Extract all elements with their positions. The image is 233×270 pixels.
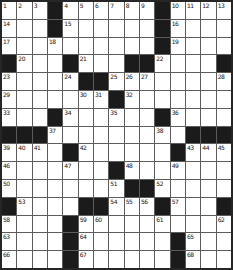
clue-number: 45 [218,144,225,151]
black-cell [94,198,108,215]
white-cell[interactable]: 41 [33,144,47,161]
clue-number: 2 [18,2,21,9]
white-cell[interactable] [125,216,139,233]
white-cell[interactable] [94,55,108,72]
white-cell[interactable] [79,162,93,179]
white-cell[interactable]: 44 [201,144,215,161]
clue-number: 67 [80,251,87,258]
clue-number: 19 [172,38,179,45]
white-cell[interactable]: 29 [2,91,16,108]
white-cell[interactable]: 3 [33,2,47,19]
white-cell[interactable] [217,251,231,268]
white-cell[interactable] [94,38,108,55]
white-cell[interactable] [79,127,93,144]
white-cell[interactable]: 64 [79,233,93,250]
white-cell[interactable]: 37 [48,127,62,144]
white-cell[interactable] [186,91,200,108]
clue-number: 13 [218,2,225,9]
white-cell[interactable] [186,20,200,37]
white-cell[interactable] [217,20,231,37]
clue-number: 43 [187,144,194,151]
clue-number: 3 [34,2,37,9]
white-cell[interactable]: 18 [48,38,62,55]
clue-number: 6 [95,2,98,9]
white-cell[interactable] [17,180,31,197]
white-cell[interactable] [33,109,47,126]
white-cell[interactable] [201,162,215,179]
clue-number: 18 [49,38,56,45]
white-cell[interactable] [48,91,62,108]
clue-number: 59 [80,216,87,223]
white-cell[interactable] [109,38,123,55]
clue-number: 60 [95,216,102,223]
white-cell[interactable]: 32 [125,91,139,108]
clue-number: 37 [49,127,56,134]
clue-number: 22 [156,55,163,62]
white-cell[interactable]: 50 [2,180,16,197]
clue-number: 65 [187,233,194,240]
white-cell[interactable]: 42 [79,144,93,161]
clue-number: 55 [126,198,133,205]
white-cell[interactable] [33,233,47,250]
white-cell[interactable]: 27 [140,73,154,90]
white-cell[interactable] [186,162,200,179]
white-cell[interactable]: 25 [109,73,123,90]
white-cell[interactable] [201,216,215,233]
white-cell[interactable] [33,38,47,55]
white-cell[interactable] [155,144,169,161]
clue-number: 15 [64,20,71,27]
black-cell [48,2,62,19]
white-cell[interactable] [109,216,123,233]
clue-number: 47 [64,162,71,169]
white-cell[interactable]: 59 [79,216,93,233]
black-cell [109,91,123,108]
white-cell[interactable] [217,38,231,55]
white-cell[interactable] [155,91,169,108]
white-cell[interactable] [140,216,154,233]
black-cell [217,127,231,144]
clue-number: 30 [80,91,87,98]
black-cell [125,180,139,197]
clue-number: 56 [141,198,148,205]
white-cell[interactable]: 47 [63,162,77,179]
white-cell[interactable] [48,233,62,250]
black-cell [155,20,169,37]
white-cell[interactable]: 43 [186,144,200,161]
white-cell[interactable] [17,162,31,179]
clue-number: 53 [18,198,25,205]
black-cell [2,55,16,72]
clue-number: 8 [126,2,129,9]
white-cell[interactable] [48,73,62,90]
white-cell[interactable] [140,162,154,179]
white-cell[interactable]: 26 [125,73,139,90]
white-cell[interactable] [201,251,215,268]
white-cell[interactable]: 24 [63,73,77,90]
black-cell [79,73,93,90]
white-cell[interactable] [48,180,62,197]
white-cell[interactable] [201,198,215,215]
white-cell[interactable] [171,73,185,90]
clue-number: 12 [202,2,209,9]
clue-number: 64 [80,233,87,240]
white-cell[interactable]: 55 [125,198,139,215]
white-cell[interactable]: 21 [79,55,93,72]
white-cell[interactable] [186,73,200,90]
white-cell[interactable] [109,127,123,144]
white-cell[interactable]: 30 [79,91,93,108]
clue-number: 41 [34,144,41,151]
white-cell[interactable] [17,109,31,126]
white-cell[interactable] [217,162,231,179]
white-cell[interactable] [155,162,169,179]
white-cell[interactable]: 49 [171,162,185,179]
white-cell[interactable]: 14 [2,20,16,37]
black-cell [201,127,215,144]
black-cell [171,144,185,161]
black-cell [125,55,139,72]
white-cell[interactable]: 5 [79,2,93,19]
white-cell[interactable]: 12 [201,2,215,19]
white-cell[interactable]: 56 [140,198,154,215]
white-cell[interactable] [186,109,200,126]
white-cell[interactable] [186,198,200,215]
black-cell [109,162,123,179]
black-cell [140,180,154,197]
black-cell [48,109,62,126]
white-cell[interactable] [79,109,93,126]
white-cell[interactable] [155,233,169,250]
white-cell[interactable] [201,38,215,55]
white-cell[interactable] [63,38,77,55]
white-cell[interactable]: 8 [125,2,139,19]
white-cell[interactable] [79,180,93,197]
white-cell[interactable]: 11 [186,2,200,19]
clue-number: 5 [80,2,83,9]
white-cell[interactable] [48,162,62,179]
clue-number: 20 [18,55,25,62]
clue-number: 36 [172,109,179,116]
clue-number: 1 [3,2,6,9]
clue-number: 38 [156,127,163,134]
white-cell[interactable] [17,251,31,268]
white-cell[interactable] [201,109,215,126]
clue-number: 31 [95,91,102,98]
white-cell[interactable]: 68 [186,251,200,268]
white-cell[interactable]: 35 [109,109,123,126]
white-cell[interactable] [201,180,215,197]
white-cell[interactable] [186,216,200,233]
white-cell[interactable]: 51 [109,180,123,197]
white-cell[interactable] [217,233,231,250]
white-cell[interactable] [201,73,215,90]
white-cell[interactable] [33,55,47,72]
clue-number: 10 [172,2,179,9]
white-cell[interactable] [186,55,200,72]
black-cell [2,198,16,215]
clue-number: 29 [3,91,10,98]
black-cell [63,216,77,233]
white-cell[interactable]: 4 [63,2,77,19]
white-cell[interactable] [125,127,139,144]
white-cell[interactable]: 6 [94,2,108,19]
white-cell[interactable]: 60 [94,216,108,233]
white-cell[interactable] [17,233,31,250]
white-cell[interactable] [140,127,154,144]
white-cell[interactable]: 67 [79,251,93,268]
black-cell [140,55,154,72]
white-cell[interactable] [63,198,77,215]
white-cell[interactable] [171,180,185,197]
black-cell [94,73,108,90]
white-cell[interactable] [94,180,108,197]
black-cell [186,127,200,144]
black-cell [155,109,169,126]
white-cell[interactable]: 33 [2,109,16,126]
white-cell[interactable] [17,73,31,90]
clue-number: 63 [3,233,10,240]
clue-number: 9 [141,2,144,9]
white-cell[interactable] [186,180,200,197]
white-cell[interactable]: 10 [171,2,185,19]
clue-number: 40 [18,144,25,151]
white-cell[interactable] [171,216,185,233]
clue-number: 44 [202,144,209,151]
clue-number: 14 [3,20,10,27]
white-cell[interactable] [48,251,62,268]
black-cell [2,127,16,144]
white-cell[interactable]: 2 [17,2,31,19]
white-cell[interactable] [140,233,154,250]
clue-number: 51 [110,180,117,187]
clue-number: 23 [3,73,10,80]
white-cell[interactable]: 23 [2,73,16,90]
white-cell[interactable] [109,233,123,250]
black-cell [17,127,31,144]
white-cell[interactable]: 7 [109,2,123,19]
white-cell[interactable] [48,144,62,161]
black-cell [63,233,77,250]
white-cell[interactable]: 34 [63,109,77,126]
white-cell[interactable]: 66 [2,251,16,268]
white-cell[interactable]: 65 [186,233,200,250]
white-cell[interactable] [94,127,108,144]
white-cell[interactable] [201,91,215,108]
white-cell[interactable]: 19 [171,38,185,55]
white-cell[interactable] [63,127,77,144]
clue-number: 26 [126,73,133,80]
white-cell[interactable] [125,20,139,37]
white-cell[interactable]: 1 [2,2,16,19]
white-cell[interactable] [48,198,62,215]
white-cell[interactable]: 16 [171,20,185,37]
white-cell[interactable] [63,91,77,108]
white-cell[interactable] [17,38,31,55]
clue-number: 68 [187,251,194,258]
white-cell[interactable] [140,144,154,161]
white-cell[interactable] [33,251,47,268]
white-cell[interactable] [201,55,215,72]
black-cell [155,198,169,215]
clue-number: 58 [3,216,10,223]
white-cell[interactable] [33,162,47,179]
white-cell[interactable] [94,144,108,161]
clue-number: 21 [80,55,87,62]
clue-number: 28 [218,73,225,80]
white-cell[interactable] [17,20,31,37]
white-cell[interactable]: 58 [2,216,16,233]
clue-number: 54 [110,198,117,205]
white-cell[interactable] [140,109,154,126]
black-cell [171,251,185,268]
clue-number: 11 [187,2,194,9]
white-cell[interactable] [171,55,185,72]
white-cell[interactable] [48,55,62,72]
white-cell[interactable]: 63 [2,233,16,250]
black-cell [155,2,169,19]
white-cell[interactable] [171,127,185,144]
white-cell[interactable]: 20 [17,55,31,72]
white-cell[interactable]: 61 [155,216,169,233]
clue-number: 34 [64,109,71,116]
white-cell[interactable] [186,38,200,55]
clue-number: 49 [172,162,179,169]
white-cell[interactable] [217,180,231,197]
black-cell [217,55,231,72]
white-cell[interactable] [33,73,47,90]
clue-number: 33 [3,109,10,116]
white-cell[interactable] [155,251,169,268]
white-cell[interactable]: 9 [140,2,154,19]
clue-number: 57 [172,198,179,205]
crossword-grid: 1234567891011121314151617181920212223242… [0,0,233,270]
black-cell [33,127,47,144]
clue-number: 62 [218,216,225,223]
white-cell[interactable]: 54 [109,198,123,215]
white-cell[interactable] [79,38,93,55]
clue-number: 42 [80,144,87,151]
black-cell [63,55,77,72]
white-cell[interactable]: 48 [125,162,139,179]
black-cell [79,198,93,215]
clue-number: 52 [156,180,163,187]
white-cell[interactable] [171,91,185,108]
white-cell[interactable] [140,38,154,55]
clue-number: 24 [64,73,71,80]
white-cell[interactable] [33,91,47,108]
white-cell[interactable] [201,20,215,37]
white-cell[interactable]: 38 [155,127,169,144]
clue-number: 50 [3,180,10,187]
white-cell[interactable] [140,251,154,268]
white-cell[interactable] [201,233,215,250]
white-cell[interactable] [125,233,139,250]
white-cell[interactable] [33,180,47,197]
white-cell[interactable] [125,109,139,126]
white-cell[interactable] [94,20,108,37]
white-cell[interactable] [125,38,139,55]
white-cell[interactable]: 28 [217,73,231,90]
white-cell[interactable] [109,251,123,268]
white-cell[interactable]: 53 [17,198,31,215]
white-cell[interactable] [217,91,231,108]
white-cell[interactable] [94,233,108,250]
white-cell[interactable]: 13 [217,2,231,19]
white-cell[interactable] [140,20,154,37]
white-cell[interactable] [48,216,62,233]
white-cell[interactable] [155,73,169,90]
white-cell[interactable] [94,162,108,179]
black-cell [63,144,77,161]
white-cell[interactable] [17,91,31,108]
clue-number: 46 [3,162,10,169]
white-cell[interactable] [109,55,123,72]
white-cell[interactable] [217,109,231,126]
white-cell[interactable] [33,20,47,37]
white-cell[interactable]: 39 [2,144,16,161]
white-cell[interactable] [33,198,47,215]
clue-number: 35 [110,109,117,116]
clue-number: 17 [3,38,10,45]
clue-number: 4 [64,2,67,9]
white-cell[interactable]: 15 [63,20,77,37]
white-cell[interactable] [109,144,123,161]
black-cell [63,251,77,268]
black-cell [155,38,169,55]
white-cell[interactable] [140,91,154,108]
white-cell[interactable]: 45 [217,144,231,161]
black-cell [217,198,231,215]
white-cell[interactable] [109,20,123,37]
white-cell[interactable]: 62 [217,216,231,233]
white-cell[interactable]: 57 [171,198,185,215]
white-cell[interactable] [63,180,77,197]
clue-number: 7 [110,2,113,9]
white-cell[interactable]: 40 [17,144,31,161]
black-cell [48,20,62,37]
white-cell[interactable] [94,109,108,126]
clue-number: 48 [126,162,133,169]
white-cell[interactable]: 46 [2,162,16,179]
clue-number: 25 [110,73,117,80]
clue-number: 66 [3,251,10,258]
white-cell[interactable]: 52 [155,180,169,197]
black-cell [171,233,185,250]
white-cell[interactable]: 22 [155,55,169,72]
clue-number: 32 [126,91,133,98]
white-cell[interactable]: 36 [171,109,185,126]
clue-number: 39 [3,144,10,151]
clue-number: 61 [156,216,163,223]
white-cell[interactable] [79,20,93,37]
white-cell[interactable]: 31 [94,91,108,108]
white-cell[interactable] [125,144,139,161]
clue-number: 16 [172,20,179,27]
white-cell[interactable] [125,251,139,268]
white-cell[interactable] [17,216,31,233]
clue-number: 27 [141,73,148,80]
white-cell[interactable] [94,251,108,268]
white-cell[interactable]: 17 [2,38,16,55]
white-cell[interactable] [33,216,47,233]
